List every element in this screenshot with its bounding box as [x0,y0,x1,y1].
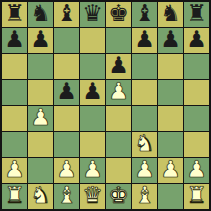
square-e6[interactable]: ♟ [106,54,131,79]
square-c8[interactable]: ♝ [54,2,79,27]
square-g1[interactable] [158,184,183,209]
black-bishop: ♝ [134,2,155,25]
white-pawn: ♟ [30,106,51,129]
square-a6[interactable] [2,54,27,79]
square-d1[interactable]: ♛ [80,184,105,209]
black-pawn: ♟ [56,80,77,103]
white-pawn: ♟ [134,158,155,181]
square-e8[interactable]: ♚ [106,2,131,27]
square-c3[interactable] [54,132,79,157]
square-h2[interactable]: ♟ [184,158,209,183]
square-e7[interactable] [106,28,131,53]
square-c7[interactable] [54,28,79,53]
black-pawn: ♟ [30,28,51,51]
black-pawn: ♟ [186,28,207,51]
white-rook: ♜ [186,184,207,207]
square-d8[interactable]: ♛ [80,2,105,27]
square-f1[interactable]: ♝ [132,184,157,209]
square-e1[interactable]: ♚ [106,184,131,209]
square-h1[interactable]: ♜ [184,184,209,209]
square-a1[interactable]: ♜ [2,184,27,209]
square-d5[interactable]: ♟ [80,80,105,105]
black-pawn: ♟ [134,28,155,51]
square-b2[interactable] [28,158,53,183]
black-pawn: ♟ [160,28,181,51]
square-c5[interactable]: ♟ [54,80,79,105]
black-king: ♚ [108,2,129,25]
square-h3[interactable] [184,132,209,157]
square-b3[interactable] [28,132,53,157]
square-e2[interactable] [106,158,131,183]
black-knight: ♞ [160,2,181,25]
chess-board: ♜♞♝♛♚♝♞♜♟♟♟♟♟♟♟♟♟♟♞♟♟♟♟♟♟♜♞♝♛♚♝♜ [0,0,211,211]
square-f7[interactable]: ♟ [132,28,157,53]
square-e5[interactable]: ♟ [106,80,131,105]
square-a4[interactable] [2,106,27,131]
square-f2[interactable]: ♟ [132,158,157,183]
square-f3[interactable]: ♞ [132,132,157,157]
white-bishop: ♝ [56,184,77,207]
white-pawn: ♟ [4,158,25,181]
square-d2[interactable]: ♟ [80,158,105,183]
square-b8[interactable]: ♞ [28,2,53,27]
square-f6[interactable] [132,54,157,79]
square-e4[interactable] [106,106,131,131]
white-pawn: ♟ [56,158,77,181]
square-a7[interactable]: ♟ [2,28,27,53]
square-f5[interactable] [132,80,157,105]
black-pawn: ♟ [82,80,103,103]
black-pawn: ♟ [108,54,129,77]
square-g5[interactable] [158,80,183,105]
white-pawn: ♟ [160,158,181,181]
white-rook: ♜ [4,184,25,207]
square-c1[interactable]: ♝ [54,184,79,209]
square-d3[interactable] [80,132,105,157]
square-b6[interactable] [28,54,53,79]
square-e3[interactable] [106,132,131,157]
white-queen: ♛ [82,184,103,207]
black-knight: ♞ [30,2,51,25]
square-c4[interactable] [54,106,79,131]
square-f4[interactable] [132,106,157,131]
white-pawn: ♟ [186,158,207,181]
black-rook: ♜ [4,2,25,25]
black-bishop: ♝ [56,2,77,25]
square-c2[interactable]: ♟ [54,158,79,183]
white-king: ♚ [108,184,129,207]
square-a2[interactable]: ♟ [2,158,27,183]
white-knight: ♞ [30,184,51,207]
square-h4[interactable] [184,106,209,131]
square-h6[interactable] [184,54,209,79]
square-g4[interactable] [158,106,183,131]
square-a3[interactable] [2,132,27,157]
square-g2[interactable]: ♟ [158,158,183,183]
chess-board-window: ♜♞♝♛♚♝♞♜♟♟♟♟♟♟♟♟♟♟♞♟♟♟♟♟♟♜♞♝♛♚♝♜ [0,0,211,211]
white-pawn: ♟ [108,80,129,103]
square-b4[interactable]: ♟ [28,106,53,131]
square-a8[interactable]: ♜ [2,2,27,27]
square-g3[interactable] [158,132,183,157]
square-b5[interactable] [28,80,53,105]
square-g6[interactable] [158,54,183,79]
square-h8[interactable]: ♜ [184,2,209,27]
square-d7[interactable] [80,28,105,53]
black-queen: ♛ [82,2,103,25]
black-pawn: ♟ [4,28,25,51]
white-knight: ♞ [134,132,155,155]
square-d4[interactable] [80,106,105,131]
square-g7[interactable]: ♟ [158,28,183,53]
square-h7[interactable]: ♟ [184,28,209,53]
white-pawn: ♟ [82,158,103,181]
square-b7[interactable]: ♟ [28,28,53,53]
square-d6[interactable] [80,54,105,79]
square-h5[interactable] [184,80,209,105]
square-a5[interactable] [2,80,27,105]
square-g8[interactable]: ♞ [158,2,183,27]
square-b1[interactable]: ♞ [28,184,53,209]
square-c6[interactable] [54,54,79,79]
white-bishop: ♝ [134,184,155,207]
square-f8[interactable]: ♝ [132,2,157,27]
black-rook: ♜ [186,2,207,25]
